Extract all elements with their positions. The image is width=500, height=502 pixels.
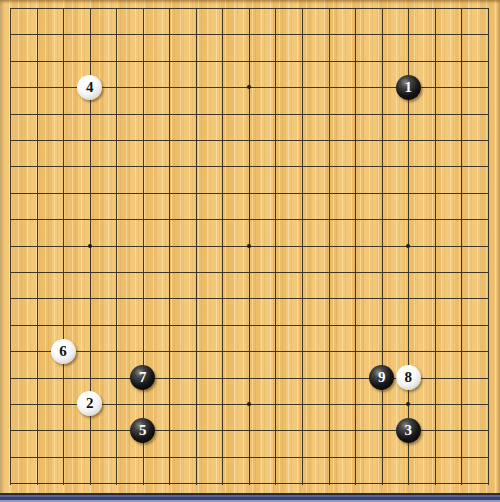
star-point [406, 244, 410, 248]
stone-black-5: 5 [130, 418, 155, 443]
stone-white-8: 8 [396, 365, 421, 390]
star-point [247, 402, 251, 406]
star-point [406, 402, 410, 406]
stone-white-6: 6 [51, 339, 76, 364]
window-bottom-border [0, 493, 500, 502]
stones-layer: 123456789 [0, 0, 500, 496]
star-point [88, 244, 92, 248]
stone-black-9: 9 [369, 365, 394, 390]
stone-white-2: 2 [77, 391, 102, 416]
star-point [247, 244, 251, 248]
star-point [247, 85, 251, 89]
stone-black-1: 1 [396, 75, 421, 100]
stone-black-3: 3 [396, 418, 421, 443]
stone-black-7: 7 [130, 365, 155, 390]
stone-white-4: 4 [77, 75, 102, 100]
go-board[interactable]: 123456789 [0, 0, 500, 502]
